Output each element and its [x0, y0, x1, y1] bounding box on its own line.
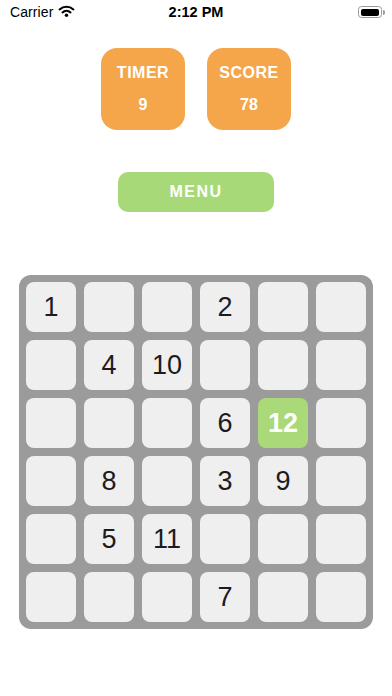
- grid-cell-r3c3[interactable]: [142, 398, 192, 448]
- grid-cell-r1c6[interactable]: [316, 282, 366, 332]
- grid-cell-r4c5[interactable]: 9: [258, 456, 308, 506]
- status-bar-right: [358, 6, 382, 18]
- grid-cell-r2c1[interactable]: [26, 340, 76, 390]
- grid-cell-r3c2[interactable]: [84, 398, 134, 448]
- grid-cell-r2c3[interactable]: 10: [142, 340, 192, 390]
- score-value: 78: [240, 94, 258, 115]
- grid-cell-r5c2[interactable]: 5: [84, 514, 134, 564]
- grid-cell-r5c5[interactable]: [258, 514, 308, 564]
- grid-cell-r4c2[interactable]: 8: [84, 456, 134, 506]
- grid-cell-r4c3[interactable]: [142, 456, 192, 506]
- grid-cell-r2c5[interactable]: [258, 340, 308, 390]
- grid-cell-r1c5[interactable]: [258, 282, 308, 332]
- grid-cell-r1c4[interactable]: 2: [200, 282, 250, 332]
- timer-label: TIMER: [117, 62, 169, 83]
- clock-time: 2:12 PM: [0, 4, 392, 20]
- grid-cell-r4c6[interactable]: [316, 456, 366, 506]
- timer-value: 9: [139, 94, 148, 115]
- grid-cell-r2c2[interactable]: 4: [84, 340, 134, 390]
- grid-cell-r1c1[interactable]: 1: [26, 282, 76, 332]
- grid-cell-r4c4[interactable]: 3: [200, 456, 250, 506]
- grid-cell-r6c5[interactable]: [258, 572, 308, 622]
- grid-cell-r2c6[interactable]: [316, 340, 366, 390]
- grid-cell-r3c5[interactable]: 12: [258, 398, 308, 448]
- grid-cell-r3c4[interactable]: 6: [200, 398, 250, 448]
- timer-card: TIMER 9: [101, 48, 185, 130]
- grid-cell-r3c6[interactable]: [316, 398, 366, 448]
- score-label: SCORE: [219, 62, 278, 83]
- grid-cell-r3c1[interactable]: [26, 398, 76, 448]
- grid-cell-r6c2[interactable]: [84, 572, 134, 622]
- grid-cell-r6c6[interactable]: [316, 572, 366, 622]
- grid-cell-r6c3[interactable]: [142, 572, 192, 622]
- grid-cell-r6c4[interactable]: 7: [200, 572, 250, 622]
- score-card: SCORE 78: [207, 48, 291, 130]
- hud: TIMER 9 SCORE 78: [0, 48, 392, 130]
- grid-cell-r2c4[interactable]: [200, 340, 250, 390]
- grid-cell-r1c2[interactable]: [84, 282, 134, 332]
- battery-icon: [358, 6, 382, 18]
- menu-row: MENU: [0, 172, 392, 212]
- grid-cell-r4c1[interactable]: [26, 456, 76, 506]
- menu-button[interactable]: MENU: [118, 172, 274, 212]
- grid-cell-r5c3[interactable]: 11: [142, 514, 192, 564]
- puzzle-board: 124106128395117: [19, 275, 373, 629]
- grid-cell-r6c1[interactable]: [26, 572, 76, 622]
- grid-cell-r1c3[interactable]: [142, 282, 192, 332]
- grid-cell-r5c4[interactable]: [200, 514, 250, 564]
- grid-cell-r5c6[interactable]: [316, 514, 366, 564]
- battery-fill: [361, 9, 379, 16]
- grid-cell-r5c1[interactable]: [26, 514, 76, 564]
- status-bar: Carrier 2:12 PM: [0, 0, 392, 24]
